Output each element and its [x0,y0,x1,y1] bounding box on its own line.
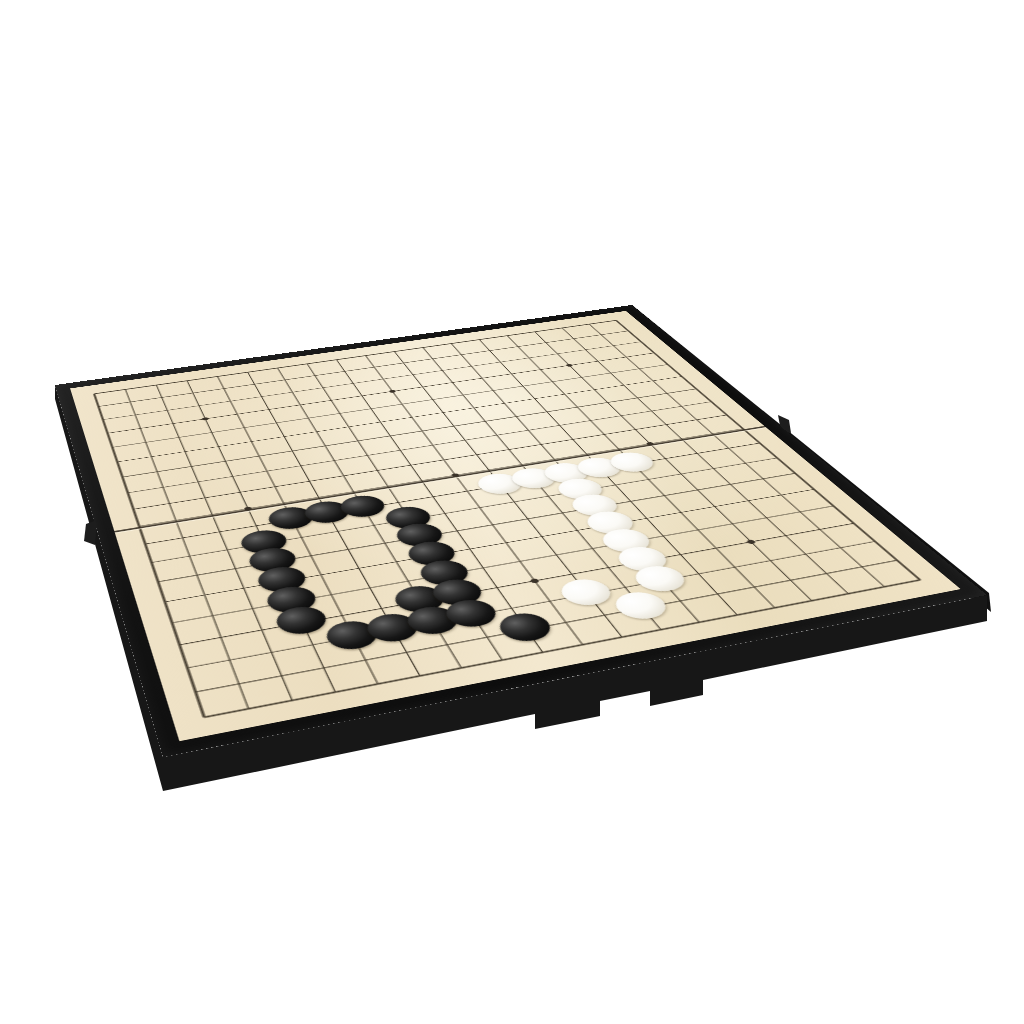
white-stone [608,589,674,622]
black-stone [493,610,558,645]
white-stone [554,576,618,608]
photo-background [0,0,1024,1024]
